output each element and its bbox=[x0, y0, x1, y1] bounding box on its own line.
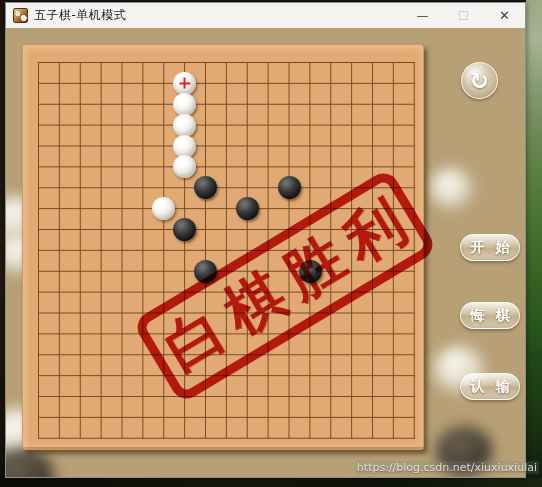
photo-stone-blob bbox=[6, 448, 54, 477]
desktop-wallpaper-bottom bbox=[0, 478, 542, 487]
black-stone bbox=[173, 218, 196, 241]
maximize-button[interactable]: ☐ bbox=[443, 3, 484, 28]
white-stone bbox=[173, 155, 196, 178]
app-icon bbox=[13, 8, 28, 23]
black-stone bbox=[236, 197, 259, 220]
refresh-icon: ↻ bbox=[470, 68, 489, 94]
black-stone bbox=[194, 176, 217, 199]
title-bar: 五子棋-单机模式 — ☐ ✕ bbox=[6, 3, 525, 28]
screenshot-root: { "game": "gomoku", "window": { "title":… bbox=[0, 0, 542, 487]
photo-stone-blob bbox=[430, 168, 472, 208]
white-stone bbox=[173, 114, 196, 137]
close-button[interactable]: ✕ bbox=[484, 3, 525, 28]
watermark: https://blog.csdn.net/xiuxiuxiulai bbox=[355, 461, 539, 474]
minimize-button[interactable]: — bbox=[402, 3, 443, 28]
white-stone bbox=[152, 197, 175, 220]
window-controls: — ☐ ✕ bbox=[402, 3, 525, 28]
start-button[interactable]: 开 始 bbox=[460, 234, 520, 261]
undo-button[interactable]: 悔 棋 bbox=[460, 302, 520, 329]
white-stone bbox=[173, 93, 196, 116]
window-title: 五子棋-单机模式 bbox=[34, 7, 126, 24]
app-window: 五子棋-单机模式 — ☐ ✕ 白棋胜利 ↻ 开 始 悔 棋 认 输 bbox=[5, 2, 526, 478]
white-stone bbox=[173, 72, 196, 95]
resign-button[interactable]: 认 输 bbox=[460, 373, 520, 400]
client-area: 白棋胜利 ↻ 开 始 悔 棋 认 输 bbox=[6, 28, 525, 477]
black-stone bbox=[278, 176, 301, 199]
reset-button[interactable]: ↻ bbox=[461, 62, 498, 99]
white-stone bbox=[173, 135, 196, 158]
desktop-wallpaper-right bbox=[526, 0, 542, 487]
last-move-marker bbox=[179, 78, 190, 89]
